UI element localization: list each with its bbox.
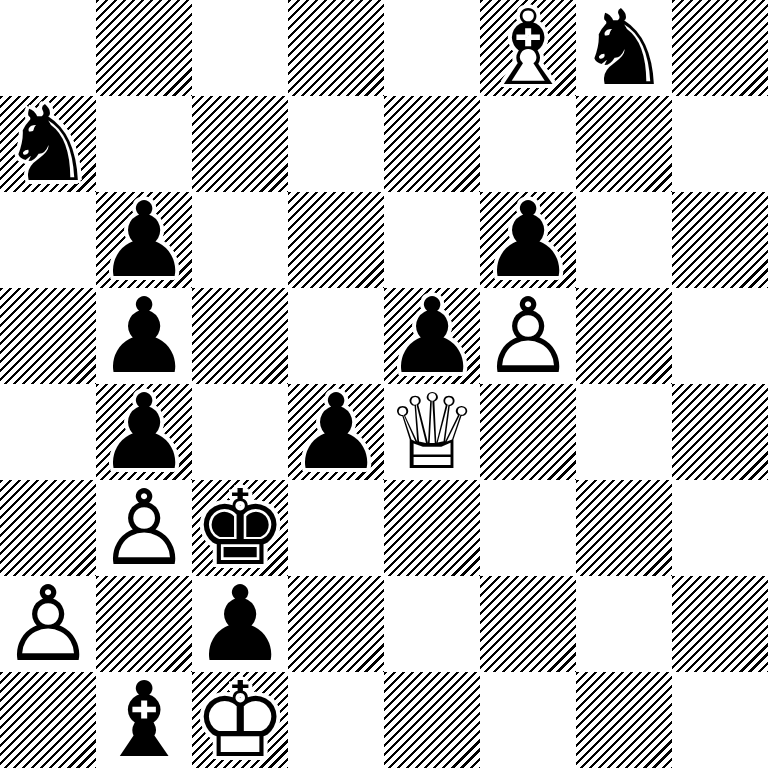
square-b7[interactable] [96, 96, 192, 192]
black-pawn: ♟ [96, 288, 192, 384]
square-g2[interactable] [576, 576, 672, 672]
square-c6[interactable] [192, 192, 288, 288]
square-b5[interactable]: ♟ [96, 288, 192, 384]
white-pawn: ♙ [480, 288, 576, 384]
black-pawn: ♟ [480, 192, 576, 288]
square-e6[interactable] [384, 192, 480, 288]
square-g7[interactable] [576, 96, 672, 192]
square-c5[interactable] [192, 288, 288, 384]
square-a5[interactable] [0, 288, 96, 384]
white-queen: ♕ [384, 384, 480, 480]
square-g3[interactable] [576, 480, 672, 576]
square-h6[interactable] [672, 192, 768, 288]
square-a8[interactable] [0, 0, 96, 96]
square-e8[interactable] [384, 0, 480, 96]
square-f2[interactable] [480, 576, 576, 672]
square-c3[interactable]: ♚ [192, 480, 288, 576]
white-king-silhouette: ♚ [192, 672, 288, 768]
square-b4[interactable]: ♟ [96, 384, 192, 480]
square-g1[interactable] [576, 672, 672, 768]
square-a6[interactable] [0, 192, 96, 288]
white-pawn: ♙ [0, 576, 96, 672]
white-bishop-silhouette: ♝ [480, 0, 576, 96]
white-pawn-silhouette: ♟ [0, 576, 96, 672]
square-f3[interactable] [480, 480, 576, 576]
square-e4[interactable]: ♛♕ [384, 384, 480, 480]
square-h2[interactable] [672, 576, 768, 672]
square-e1[interactable] [384, 672, 480, 768]
white-king: ♔ [192, 672, 288, 768]
square-c4[interactable] [192, 384, 288, 480]
square-d3[interactable] [288, 480, 384, 576]
square-h1[interactable] [672, 672, 768, 768]
square-g5[interactable] [576, 288, 672, 384]
square-f4[interactable] [480, 384, 576, 480]
black-knight: ♞ [576, 0, 672, 96]
black-king: ♚ [192, 480, 288, 576]
square-g8[interactable]: ♞ [576, 0, 672, 96]
square-b1[interactable]: ♝ [96, 672, 192, 768]
square-a1[interactable] [0, 672, 96, 768]
black-bishop: ♝ [96, 672, 192, 768]
white-pawn: ♙ [96, 480, 192, 576]
square-e5[interactable]: ♟ [384, 288, 480, 384]
square-g4[interactable] [576, 384, 672, 480]
square-b8[interactable] [96, 0, 192, 96]
square-d1[interactable] [288, 672, 384, 768]
square-a7[interactable]: ♞ [0, 96, 96, 192]
square-a4[interactable] [0, 384, 96, 480]
square-e3[interactable] [384, 480, 480, 576]
square-h8[interactable] [672, 0, 768, 96]
square-c2[interactable]: ♟ [192, 576, 288, 672]
square-d4[interactable]: ♟ [288, 384, 384, 480]
square-h4[interactable] [672, 384, 768, 480]
square-c1[interactable]: ♚♔ [192, 672, 288, 768]
black-pawn: ♟ [96, 192, 192, 288]
black-pawn: ♟ [96, 384, 192, 480]
black-knight: ♞ [0, 96, 96, 192]
square-a2[interactable]: ♟♙ [0, 576, 96, 672]
square-f5[interactable]: ♟♙ [480, 288, 576, 384]
square-d8[interactable] [288, 0, 384, 96]
square-d6[interactable] [288, 192, 384, 288]
square-a3[interactable] [0, 480, 96, 576]
black-pawn: ♟ [192, 576, 288, 672]
square-b2[interactable] [96, 576, 192, 672]
square-c7[interactable] [192, 96, 288, 192]
square-f6[interactable]: ♟ [480, 192, 576, 288]
square-f7[interactable] [480, 96, 576, 192]
square-b3[interactable]: ♟♙ [96, 480, 192, 576]
square-c8[interactable] [192, 0, 288, 96]
white-queen-silhouette: ♛ [384, 384, 480, 480]
white-bishop: ♗ [480, 0, 576, 96]
white-pawn-silhouette: ♟ [480, 288, 576, 384]
square-h7[interactable] [672, 96, 768, 192]
black-pawn: ♟ [384, 288, 480, 384]
square-d5[interactable] [288, 288, 384, 384]
square-b6[interactable]: ♟ [96, 192, 192, 288]
white-pawn-silhouette: ♟ [96, 480, 192, 576]
chess-board: ♝♗♞♞♟♟♟♟♟♙♟♟♛♕♟♙♚♟♙♟♝♚♔ [0, 0, 768, 768]
square-e2[interactable] [384, 576, 480, 672]
square-d7[interactable] [288, 96, 384, 192]
square-h5[interactable] [672, 288, 768, 384]
black-pawn: ♟ [288, 384, 384, 480]
square-e7[interactable] [384, 96, 480, 192]
square-f1[interactable] [480, 672, 576, 768]
square-f8[interactable]: ♝♗ [480, 0, 576, 96]
square-h3[interactable] [672, 480, 768, 576]
square-d2[interactable] [288, 576, 384, 672]
square-g6[interactable] [576, 192, 672, 288]
